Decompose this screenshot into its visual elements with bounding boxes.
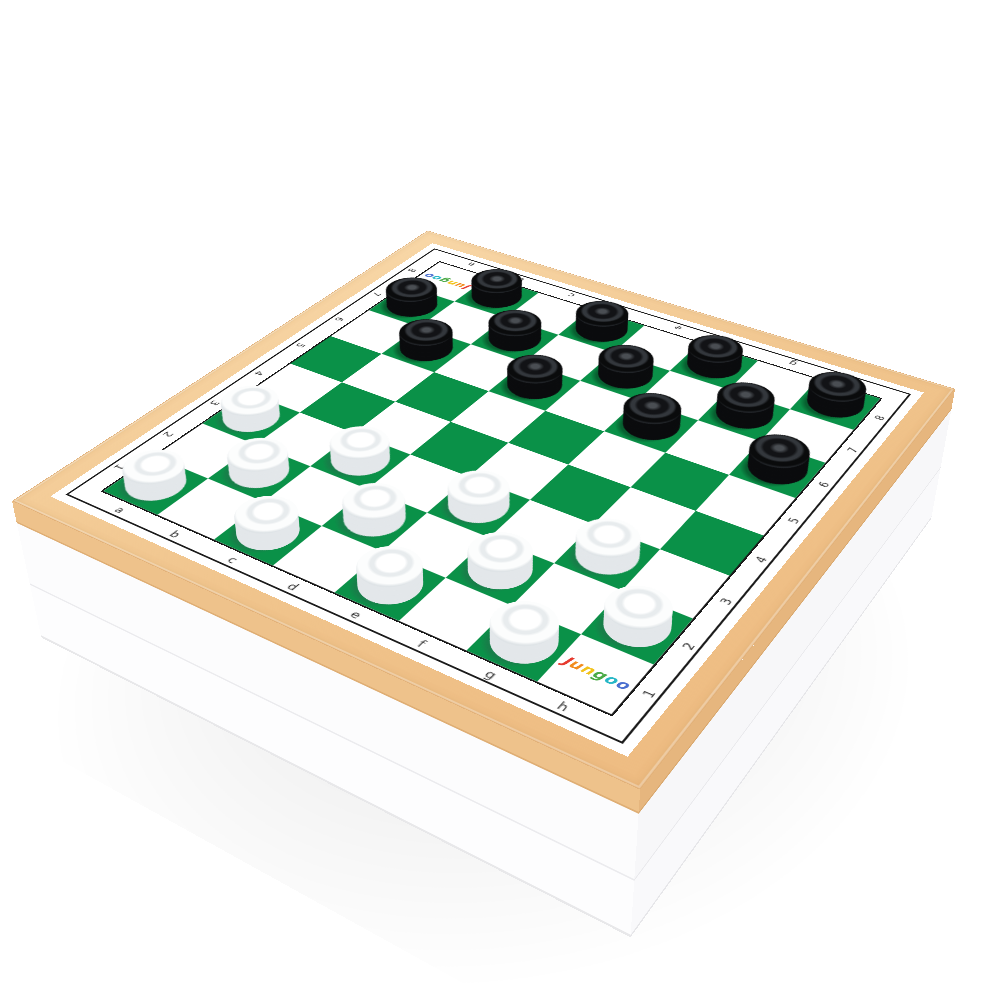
game-box: abcdefgh abcdefgh 87654321 87654321 Jung… (12, 231, 955, 790)
piece-side (436, 476, 522, 526)
product-photo-stage: abcdefgh abcdefgh 87654321 87654321 Jung… (0, 0, 1000, 1000)
piece-shadow (604, 404, 685, 449)
checker-black-h6 (737, 446, 817, 493)
piece-side (319, 436, 402, 482)
checker-white-c3 (319, 438, 402, 484)
piece-top (476, 593, 572, 656)
piece-side (216, 439, 301, 486)
